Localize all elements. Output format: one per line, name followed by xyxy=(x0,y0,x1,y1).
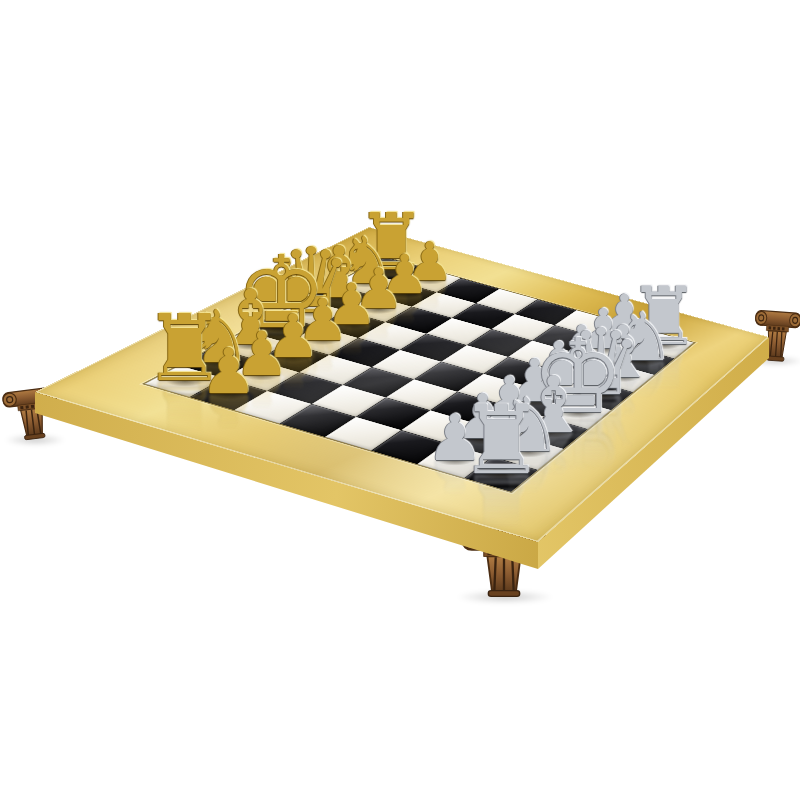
piece-silver-black-rook: ♜ xyxy=(459,393,544,488)
product-photo-stage: ♜♜♟♟♟♟♜♜♞♞♟♟♟♟♞♞♝♝♟♟♟♟♝♝♛♛♟♟♟♟♛♛♚♚♟♟♟♟♚♚… xyxy=(0,0,800,800)
piece-gold-white-pawn: ♟ xyxy=(200,340,256,403)
pieces-layer: ♜♜♟♟♟♟♜♜♞♞♟♟♟♟♞♞♝♝♟♟♟♟♝♝♛♛♟♟♟♟♛♛♚♚♟♟♟♟♚♚… xyxy=(0,0,800,800)
